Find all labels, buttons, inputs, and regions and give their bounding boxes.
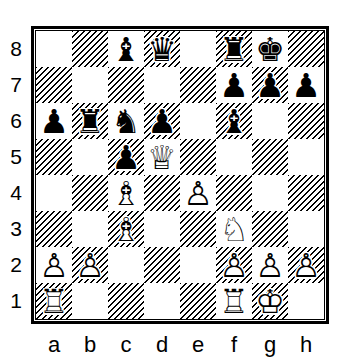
- white-rook: ♖: [216, 283, 252, 319]
- square-d5[interactable]: ♛♕: [144, 139, 180, 175]
- chess-diagram: 87654321 ♝♝♛♛♜♜♚♚♟♟♟♟♟♟♟♟♜♜♞♞♟♟♝♝♟♟♛♕♝♗♟…: [0, 0, 360, 360]
- white-queen: ♕: [144, 139, 180, 175]
- square-f1[interactable]: ♜♖: [216, 283, 252, 319]
- square-g7[interactable]: ♟♟: [252, 67, 288, 103]
- square-e8[interactable]: [180, 31, 216, 67]
- square-b5[interactable]: [72, 139, 108, 175]
- black-pawn: ♟: [252, 67, 288, 103]
- black-rook: ♜: [72, 103, 108, 139]
- square-d7[interactable]: [144, 67, 180, 103]
- rank-label-5: 5: [4, 139, 28, 175]
- white-king: ♔: [252, 283, 288, 319]
- square-c6[interactable]: ♞♞: [108, 103, 144, 139]
- square-h3[interactable]: [288, 211, 324, 247]
- square-a6[interactable]: ♟♟: [36, 103, 72, 139]
- black-queen: ♛: [144, 31, 180, 67]
- rank-label-8: 8: [4, 31, 28, 67]
- square-b3[interactable]: [72, 211, 108, 247]
- square-c1[interactable]: [108, 283, 144, 319]
- black-pawn: ♟: [216, 67, 252, 103]
- square-c3[interactable]: ♝♗: [108, 211, 144, 247]
- square-d2[interactable]: [144, 247, 180, 283]
- file-label-b: b: [72, 332, 108, 358]
- square-b2[interactable]: ♟♙: [72, 247, 108, 283]
- square-g1[interactable]: ♚♔: [252, 283, 288, 319]
- white-pawn: ♙: [216, 247, 252, 283]
- black-rook: ♜: [216, 31, 252, 67]
- square-h2[interactable]: ♟♙: [288, 247, 324, 283]
- black-pawn: ♟: [36, 103, 72, 139]
- square-b6[interactable]: ♜♜: [72, 103, 108, 139]
- file-label-a: a: [36, 332, 72, 358]
- chess-board: ♝♝♛♛♜♜♚♚♟♟♟♟♟♟♟♟♜♜♞♞♟♟♝♝♟♟♛♕♝♗♟♙♝♗♞♘♟♙♟♙…: [36, 31, 324, 319]
- rank-label-4: 4: [4, 175, 28, 211]
- square-f5[interactable]: [216, 139, 252, 175]
- square-f3[interactable]: ♞♘: [216, 211, 252, 247]
- square-g2[interactable]: ♟♙: [252, 247, 288, 283]
- file-label-e: e: [180, 332, 216, 358]
- square-f4[interactable]: [216, 175, 252, 211]
- square-c4[interactable]: ♝♗: [108, 175, 144, 211]
- rank-label-7: 7: [4, 67, 28, 103]
- square-f8[interactable]: ♜♜: [216, 31, 252, 67]
- square-b4[interactable]: [72, 175, 108, 211]
- square-a3[interactable]: [36, 211, 72, 247]
- file-label-f: f: [216, 332, 252, 358]
- white-rook: ♖: [36, 283, 72, 319]
- white-pawn: ♙: [288, 247, 324, 283]
- square-d8[interactable]: ♛♛: [144, 31, 180, 67]
- black-knight: ♞: [108, 103, 144, 139]
- square-h8[interactable]: [288, 31, 324, 67]
- square-a5[interactable]: [36, 139, 72, 175]
- black-pawn: ♟: [108, 139, 144, 175]
- file-label-h: h: [288, 332, 324, 358]
- square-d6[interactable]: ♟♟: [144, 103, 180, 139]
- square-a4[interactable]: [36, 175, 72, 211]
- file-label-g: g: [252, 332, 288, 358]
- square-g4[interactable]: [252, 175, 288, 211]
- rank-label-3: 3: [4, 211, 28, 247]
- square-a7[interactable]: [36, 67, 72, 103]
- white-bishop: ♗: [108, 175, 144, 211]
- square-h5[interactable]: [288, 139, 324, 175]
- black-pawn: ♟: [288, 67, 324, 103]
- white-pawn: ♙: [252, 247, 288, 283]
- square-e7[interactable]: [180, 67, 216, 103]
- square-e1[interactable]: [180, 283, 216, 319]
- square-b8[interactable]: [72, 31, 108, 67]
- white-knight: ♘: [216, 211, 252, 247]
- board-border: ♝♝♛♛♜♜♚♚♟♟♟♟♟♟♟♟♜♜♞♞♟♟♝♝♟♟♛♕♝♗♟♙♝♗♞♘♟♙♟♙…: [31, 26, 329, 324]
- rank-label-1: 1: [4, 283, 28, 319]
- black-bishop: ♝: [216, 103, 252, 139]
- black-pawn: ♟: [144, 103, 180, 139]
- square-h4[interactable]: [288, 175, 324, 211]
- white-pawn: ♙: [180, 175, 216, 211]
- file-label-d: d: [144, 332, 180, 358]
- board-inner-border: ♝♝♛♛♜♜♚♚♟♟♟♟♟♟♟♟♜♜♞♞♟♟♝♝♟♟♛♕♝♗♟♙♝♗♞♘♟♙♟♙…: [35, 30, 325, 320]
- square-c5[interactable]: ♟♟: [108, 139, 144, 175]
- square-d4[interactable]: [144, 175, 180, 211]
- square-h6[interactable]: [288, 103, 324, 139]
- square-g5[interactable]: [252, 139, 288, 175]
- white-pawn: ♙: [72, 247, 108, 283]
- black-bishop: ♝: [108, 31, 144, 67]
- square-a2[interactable]: ♟♙: [36, 247, 72, 283]
- square-d1[interactable]: [144, 283, 180, 319]
- white-bishop: ♗: [108, 211, 144, 247]
- square-e5[interactable]: [180, 139, 216, 175]
- square-e4[interactable]: ♟♙: [180, 175, 216, 211]
- square-c2[interactable]: [108, 247, 144, 283]
- square-e3[interactable]: [180, 211, 216, 247]
- square-c8[interactable]: ♝♝: [108, 31, 144, 67]
- square-g3[interactable]: [252, 211, 288, 247]
- square-d3[interactable]: [144, 211, 180, 247]
- square-f7[interactable]: ♟♟: [216, 67, 252, 103]
- file-label-c: c: [108, 332, 144, 358]
- square-e2[interactable]: [180, 247, 216, 283]
- square-f2[interactable]: ♟♙: [216, 247, 252, 283]
- square-a1[interactable]: ♜♖: [36, 283, 72, 319]
- square-c7[interactable]: [108, 67, 144, 103]
- square-a8[interactable]: [36, 31, 72, 67]
- square-b1[interactable]: [72, 283, 108, 319]
- square-h7[interactable]: ♟♟: [288, 67, 324, 103]
- square-g8[interactable]: ♚♚: [252, 31, 288, 67]
- square-b7[interactable]: [72, 67, 108, 103]
- square-h1[interactable]: [288, 283, 324, 319]
- rank-label-2: 2: [4, 247, 28, 283]
- white-pawn: ♙: [36, 247, 72, 283]
- square-f6[interactable]: ♝♝: [216, 103, 252, 139]
- square-g6[interactable]: [252, 103, 288, 139]
- rank-label-6: 6: [4, 103, 28, 139]
- black-king: ♚: [252, 31, 288, 67]
- square-e6[interactable]: [180, 103, 216, 139]
